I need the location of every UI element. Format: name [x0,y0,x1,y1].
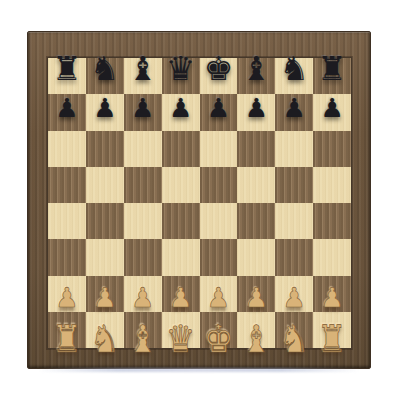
square-h6[interactable] [313,131,351,167]
square-f7[interactable]: ♟ [237,94,275,130]
square-c8[interactable]: ♝ [124,58,162,94]
square-b7[interactable]: ♟ [86,94,124,130]
square-d1[interactable]: ♛ [162,312,200,348]
square-b4[interactable] [86,203,124,239]
square-g3[interactable] [275,239,313,275]
square-h7[interactable]: ♟ [313,94,351,130]
square-d5[interactable] [162,167,200,203]
square-a5[interactable] [48,167,86,203]
white-pawn-piece[interactable]: ♟ [93,284,116,311]
product-photo-background: ♜♞♝♛♚♝♞♜♟♟♟♟♟♟♟♟♟♟♟♟♟♟♟♟♜♞♝♛♚♝♞♜ [0,0,400,400]
white-pawn-piece[interactable]: ♟ [131,284,154,311]
square-h4[interactable] [313,203,351,239]
square-a2[interactable]: ♟ [48,276,86,312]
black-rook-piece[interactable]: ♜ [52,52,82,85]
white-rook-piece[interactable]: ♜ [317,320,347,358]
square-h3[interactable] [313,239,351,275]
black-pawn-piece[interactable]: ♟ [245,95,268,121]
black-knight-piece[interactable]: ♞ [279,52,309,85]
square-c1[interactable]: ♝ [124,312,162,348]
square-g7[interactable]: ♟ [275,94,313,130]
black-bishop-piece[interactable]: ♝ [128,52,158,85]
chess-board-grid: ♜♞♝♛♚♝♞♜♟♟♟♟♟♟♟♟♟♟♟♟♟♟♟♟♜♞♝♛♚♝♞♜ [48,58,351,348]
square-d6[interactable] [162,131,200,167]
white-bishop-piece[interactable]: ♝ [128,320,158,358]
square-a7[interactable]: ♟ [48,94,86,130]
white-knight-piece[interactable]: ♞ [90,320,120,358]
square-e5[interactable] [200,167,238,203]
chess-board-frame: ♜♞♝♛♚♝♞♜♟♟♟♟♟♟♟♟♟♟♟♟♟♟♟♟♜♞♝♛♚♝♞♜ [27,31,371,369]
white-knight-piece[interactable]: ♞ [279,320,309,358]
square-c4[interactable] [124,203,162,239]
square-c6[interactable] [124,131,162,167]
square-e7[interactable]: ♟ [200,94,238,130]
square-c3[interactable] [124,239,162,275]
square-b3[interactable] [86,239,124,275]
white-pawn-piece[interactable]: ♟ [207,284,230,311]
square-h2[interactable]: ♟ [313,276,351,312]
white-pawn-piece[interactable]: ♟ [320,284,343,311]
square-h1[interactable]: ♜ [313,312,351,348]
square-d8[interactable]: ♛ [162,58,200,94]
black-rook-piece[interactable]: ♜ [317,52,347,85]
square-b2[interactable]: ♟ [86,276,124,312]
white-pawn-piece[interactable]: ♟ [245,284,268,311]
black-pawn-piece[interactable]: ♟ [283,95,306,121]
black-pawn-piece[interactable]: ♟ [169,95,192,121]
white-pawn-piece[interactable]: ♟ [55,284,78,311]
square-g5[interactable] [275,167,313,203]
square-e1[interactable]: ♚ [200,312,238,348]
square-a8[interactable]: ♜ [48,58,86,94]
white-rook-piece[interactable]: ♜ [52,320,82,358]
square-e8[interactable]: ♚ [200,58,238,94]
square-h5[interactable] [313,167,351,203]
black-king-piece[interactable]: ♚ [204,52,234,85]
square-a1[interactable]: ♜ [48,312,86,348]
square-a3[interactable] [48,239,86,275]
black-bishop-piece[interactable]: ♝ [242,52,272,85]
square-d4[interactable] [162,203,200,239]
square-a6[interactable] [48,131,86,167]
square-g4[interactable] [275,203,313,239]
square-d2[interactable]: ♟ [162,276,200,312]
black-pawn-piece[interactable]: ♟ [207,95,230,121]
square-f4[interactable] [237,203,275,239]
square-e3[interactable] [200,239,238,275]
square-b6[interactable] [86,131,124,167]
black-pawn-piece[interactable]: ♟ [93,95,116,121]
square-b8[interactable]: ♞ [86,58,124,94]
square-f2[interactable]: ♟ [237,276,275,312]
black-queen-piece[interactable]: ♛ [166,52,196,85]
square-d7[interactable]: ♟ [162,94,200,130]
square-c5[interactable] [124,167,162,203]
square-b1[interactable]: ♞ [86,312,124,348]
white-bishop-piece[interactable]: ♝ [242,320,272,358]
square-f6[interactable] [237,131,275,167]
black-knight-piece[interactable]: ♞ [90,52,120,85]
black-pawn-piece[interactable]: ♟ [320,95,343,121]
square-f1[interactable]: ♝ [237,312,275,348]
square-g8[interactable]: ♞ [275,58,313,94]
square-e4[interactable] [200,203,238,239]
square-c7[interactable]: ♟ [124,94,162,130]
square-h8[interactable]: ♜ [313,58,351,94]
white-queen-piece[interactable]: ♛ [166,320,196,358]
square-a4[interactable] [48,203,86,239]
square-e2[interactable]: ♟ [200,276,238,312]
square-g1[interactable]: ♞ [275,312,313,348]
square-f8[interactable]: ♝ [237,58,275,94]
square-b5[interactable] [86,167,124,203]
square-g6[interactable] [275,131,313,167]
white-pawn-piece[interactable]: ♟ [169,284,192,311]
square-d3[interactable] [162,239,200,275]
square-c2[interactable]: ♟ [124,276,162,312]
white-king-piece[interactable]: ♚ [204,320,234,358]
black-pawn-piece[interactable]: ♟ [131,95,154,121]
square-e6[interactable] [200,131,238,167]
white-pawn-piece[interactable]: ♟ [283,284,306,311]
square-f3[interactable] [237,239,275,275]
black-pawn-piece[interactable]: ♟ [55,95,78,121]
square-f5[interactable] [237,167,275,203]
square-g2[interactable]: ♟ [275,276,313,312]
